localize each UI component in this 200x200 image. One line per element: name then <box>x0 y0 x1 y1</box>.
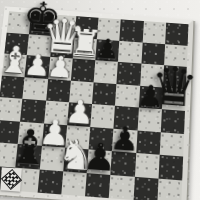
square-h1[interactable] <box>157 178 182 200</box>
photo-stage: ♚♛♜♟♝♟♟♟♛♟♟♟♝♞♟ <box>0 0 200 200</box>
board-frame: ♚♛♜♟♝♟♟♟♛♟♟♟♝♞♟ <box>0 6 194 200</box>
black-pawn-e2[interactable]: ♟ <box>82 139 117 177</box>
square-e7[interactable]: ♟ <box>95 39 119 62</box>
square-h5[interactable]: ♛ <box>162 87 186 111</box>
chess-board: ♚♛♜♟♝♟♟♟♛♟♟♟♝♞♟ <box>0 6 194 200</box>
square-h2[interactable] <box>158 155 183 180</box>
square-c6[interactable]: ♟ <box>48 57 73 80</box>
square-f8[interactable] <box>120 19 144 42</box>
black-pawn-e7[interactable]: ♟ <box>94 37 120 64</box>
black-queen-h5[interactable]: ♛ <box>149 60 199 114</box>
square-d7[interactable]: ♜ <box>73 37 97 60</box>
square-e2[interactable]: ♟ <box>87 149 112 174</box>
square-g8[interactable] <box>142 21 166 44</box>
square-g1[interactable] <box>133 176 158 200</box>
fiducial-diamond-icon <box>0 169 21 190</box>
square-h3[interactable] <box>159 132 184 157</box>
white-pawn-c6[interactable]: ♟ <box>46 53 75 82</box>
board-grid: ♚♛♜♟♝♟♟♟♛♟♟♟♝♞♟ <box>0 11 188 200</box>
square-b2[interactable]: ♝ <box>16 144 42 169</box>
square-h8[interactable] <box>165 23 189 46</box>
black-bishop-b2[interactable]: ♝ <box>6 124 52 172</box>
corner-fiducial-marker <box>0 167 22 191</box>
square-f7[interactable] <box>118 40 142 63</box>
